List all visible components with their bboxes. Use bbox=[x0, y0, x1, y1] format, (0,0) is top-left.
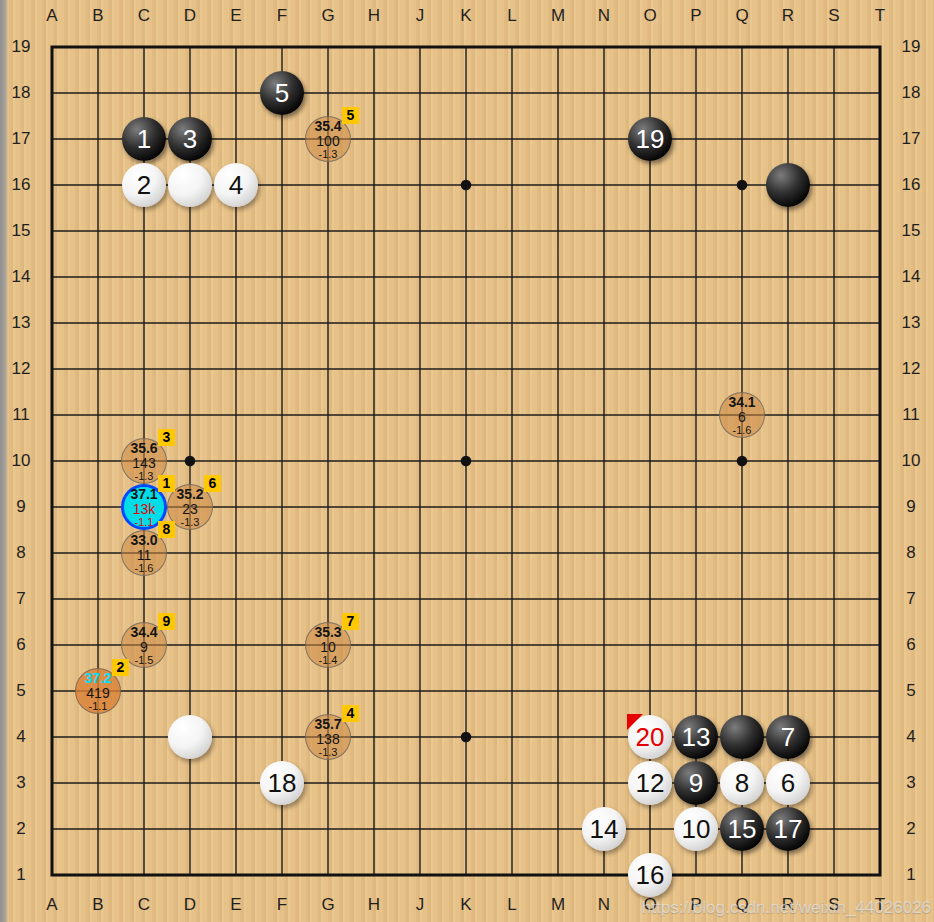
row-label: 7 bbox=[16, 589, 25, 609]
stone-f3[interactable]: 18 bbox=[259, 760, 305, 806]
white-stone[interactable]: 10 bbox=[674, 807, 718, 851]
hint-value: 6 bbox=[738, 410, 746, 424]
row-label: 4 bbox=[906, 727, 915, 747]
row-label: 8 bbox=[16, 543, 25, 563]
row-label: 5 bbox=[906, 681, 915, 701]
column-label: G bbox=[321, 895, 334, 915]
row-label: 6 bbox=[16, 635, 25, 655]
column-label: N bbox=[598, 895, 610, 915]
stone-d16[interactable] bbox=[167, 162, 213, 208]
column-label: C bbox=[138, 6, 150, 26]
row-label: 1 bbox=[16, 865, 25, 885]
last-move-marker-icon bbox=[627, 714, 643, 730]
analysis-hint-g17[interactable]: 35.4100-1.35 bbox=[305, 116, 351, 162]
analysis-hint-g4[interactable]: 35.7138-1.34 bbox=[305, 714, 351, 760]
white-stone[interactable]: 18 bbox=[260, 761, 304, 805]
stone-q4[interactable] bbox=[719, 714, 765, 760]
stone-c16[interactable]: 2 bbox=[121, 162, 167, 208]
row-label: 16 bbox=[902, 175, 921, 195]
stone-p2[interactable]: 10 bbox=[673, 806, 719, 852]
white-stone[interactable]: 14 bbox=[582, 807, 626, 851]
column-label: K bbox=[460, 6, 471, 26]
row-label: 15 bbox=[902, 221, 921, 241]
hint-value: 10 bbox=[320, 640, 336, 654]
row-label: 14 bbox=[12, 267, 31, 287]
column-label: T bbox=[875, 6, 885, 26]
move-number: 17 bbox=[774, 816, 803, 842]
row-label: 10 bbox=[902, 451, 921, 471]
hint-value: -1.4 bbox=[319, 655, 338, 666]
column-label: H bbox=[368, 6, 380, 26]
column-label: D bbox=[184, 6, 196, 26]
move-number: 12 bbox=[636, 770, 665, 796]
hint-value: 35.2 bbox=[176, 487, 203, 501]
column-label: O bbox=[643, 6, 656, 26]
move-number: 19 bbox=[636, 126, 665, 152]
stone-o17[interactable]: 19 bbox=[627, 116, 673, 162]
stone-p3[interactable]: 9 bbox=[673, 760, 719, 806]
column-label: J bbox=[416, 895, 425, 915]
white-stone[interactable] bbox=[168, 163, 212, 207]
stone-q2[interactable]: 15 bbox=[719, 806, 765, 852]
row-label: 13 bbox=[12, 313, 31, 333]
watermark: https://blog.csdn.net/weixin_44026026 bbox=[642, 898, 931, 918]
move-number: 16 bbox=[636, 862, 665, 888]
column-label: F bbox=[277, 6, 287, 26]
hint-value: 35.7 bbox=[314, 717, 341, 731]
hint-value: -1.5 bbox=[135, 655, 154, 666]
column-label: B bbox=[92, 895, 103, 915]
stone-r3[interactable]: 6 bbox=[765, 760, 811, 806]
white-stone[interactable]: 6 bbox=[766, 761, 810, 805]
row-label: 2 bbox=[16, 819, 25, 839]
hint-value: 100 bbox=[316, 134, 339, 148]
hint-value: -1.6 bbox=[733, 425, 752, 436]
hint-value: 33.0 bbox=[130, 533, 157, 547]
column-label: N bbox=[598, 6, 610, 26]
column-label: E bbox=[230, 6, 241, 26]
hint-circle[interactable]: 34.16-1.6 bbox=[719, 392, 765, 438]
row-label: 3 bbox=[16, 773, 25, 793]
row-label: 13 bbox=[902, 313, 921, 333]
hint-value: 34.1 bbox=[728, 395, 755, 409]
go-board[interactable]: 35.4100-1.3534.16-1.635.6143-1.3337.113k… bbox=[29, 24, 903, 898]
column-label: S bbox=[828, 6, 839, 26]
hint-value: 23 bbox=[182, 502, 198, 516]
stone-o4[interactable]: 20 bbox=[627, 714, 673, 760]
move-number: 9 bbox=[689, 770, 703, 796]
column-label: L bbox=[507, 6, 516, 26]
row-label: 2 bbox=[906, 819, 915, 839]
row-label: 6 bbox=[906, 635, 915, 655]
analysis-hint-c8[interactable]: 33.011-1.68 bbox=[121, 530, 167, 576]
row-label: 4 bbox=[16, 727, 25, 747]
move-number: 8 bbox=[735, 770, 749, 796]
row-label: 3 bbox=[906, 773, 915, 793]
stone-c17[interactable]: 1 bbox=[121, 116, 167, 162]
white-stone[interactable]: 12 bbox=[628, 761, 672, 805]
row-label: 18 bbox=[12, 83, 31, 103]
hint-rank-badge: 2 bbox=[112, 659, 129, 676]
move-number: 15 bbox=[728, 816, 757, 842]
row-label: 19 bbox=[12, 37, 31, 57]
hint-value: 35.6 bbox=[130, 441, 157, 455]
row-label: 14 bbox=[902, 267, 921, 287]
hint-value: -1.3 bbox=[181, 517, 200, 528]
hint-value: 34.4 bbox=[130, 625, 157, 639]
column-label: K bbox=[460, 895, 471, 915]
black-stone[interactable]: 3 bbox=[168, 117, 212, 161]
column-label: A bbox=[46, 895, 57, 915]
move-number: 2 bbox=[137, 172, 151, 198]
hint-value: -1.1 bbox=[89, 701, 108, 712]
row-label: 15 bbox=[12, 221, 31, 241]
row-label: 7 bbox=[906, 589, 915, 609]
stone-r2[interactable]: 17 bbox=[765, 806, 811, 852]
go-analysis-board: ABCDEFGHJKLMNOPQRST ABCDEFGHJKLMNOPQRST … bbox=[0, 0, 934, 922]
stone-r16[interactable] bbox=[765, 162, 811, 208]
black-stone[interactable]: 17 bbox=[766, 807, 810, 851]
stone-e16[interactable]: 4 bbox=[213, 162, 259, 208]
black-stone[interactable] bbox=[720, 715, 764, 759]
column-label: M bbox=[551, 6, 565, 26]
hint-value: -1.3 bbox=[319, 149, 338, 160]
hint-value: -1.6 bbox=[135, 563, 154, 574]
row-label: 19 bbox=[902, 37, 921, 57]
move-number: 18 bbox=[268, 770, 297, 796]
hint-value: -1.3 bbox=[135, 471, 154, 482]
move-number: 10 bbox=[682, 816, 711, 842]
row-label: 9 bbox=[906, 497, 915, 517]
row-label: 16 bbox=[12, 175, 31, 195]
row-label: 17 bbox=[902, 129, 921, 149]
move-number: 14 bbox=[590, 816, 619, 842]
black-stone[interactable]: 19 bbox=[628, 117, 672, 161]
move-number: 3 bbox=[183, 126, 197, 152]
row-label: 5 bbox=[16, 681, 25, 701]
column-label: Q bbox=[735, 6, 748, 26]
hint-rank-badge: 9 bbox=[158, 613, 175, 630]
column-label: B bbox=[92, 6, 103, 26]
hint-value: 13k bbox=[133, 502, 156, 516]
white-stone[interactable]: 16 bbox=[628, 853, 672, 897]
row-label: 1 bbox=[906, 865, 915, 885]
analysis-hint-q11[interactable]: 34.16-1.6 bbox=[719, 392, 765, 438]
row-label: 8 bbox=[906, 543, 915, 563]
stone-q3[interactable]: 8 bbox=[719, 760, 765, 806]
hint-rank-badge: 5 bbox=[342, 107, 359, 124]
stone-r4[interactable]: 7 bbox=[765, 714, 811, 760]
column-label: R bbox=[782, 6, 794, 26]
hint-value: 35.3 bbox=[314, 625, 341, 639]
hint-value: 37.2 bbox=[84, 671, 111, 685]
stone-o3[interactable]: 12 bbox=[627, 760, 673, 806]
hint-rank-badge: 3 bbox=[158, 429, 175, 446]
column-label: D bbox=[184, 895, 196, 915]
column-label: F bbox=[277, 895, 287, 915]
row-label: 12 bbox=[12, 359, 31, 379]
stone-d17[interactable]: 3 bbox=[167, 116, 213, 162]
hint-value: -1.1 bbox=[135, 517, 154, 528]
hint-value: 35.4 bbox=[314, 119, 341, 133]
row-label: 11 bbox=[902, 405, 920, 425]
black-stone[interactable]: 13 bbox=[674, 715, 718, 759]
row-label: 12 bbox=[902, 359, 921, 379]
move-number: 6 bbox=[781, 770, 795, 796]
black-stone[interactable]: 7 bbox=[766, 715, 810, 759]
column-label: M bbox=[551, 895, 565, 915]
move-number: 4 bbox=[229, 172, 243, 198]
row-label: 10 bbox=[12, 451, 31, 471]
row-label: 17 bbox=[12, 129, 31, 149]
black-stone[interactable]: 15 bbox=[720, 807, 764, 851]
analysis-hint-b5[interactable]: 37.2419-1.12 bbox=[75, 668, 121, 714]
row-label: 18 bbox=[902, 83, 921, 103]
move-number: 7 bbox=[781, 724, 795, 750]
row-label: 11 bbox=[12, 405, 30, 425]
stone-n2[interactable]: 14 bbox=[581, 806, 627, 852]
move-number: 1 bbox=[137, 126, 151, 152]
column-label: C bbox=[138, 895, 150, 915]
hint-value: 11 bbox=[137, 548, 152, 562]
column-label: H bbox=[368, 895, 380, 915]
hint-rank-badge: 6 bbox=[204, 475, 221, 492]
hint-rank-badge: 4 bbox=[342, 705, 359, 722]
hint-value: -1.3 bbox=[319, 747, 338, 758]
hint-rank-badge: 7 bbox=[342, 613, 359, 630]
analysis-hint-g6[interactable]: 35.310-1.47 bbox=[305, 622, 351, 668]
hint-rank-badge: 1 bbox=[158, 475, 175, 492]
hint-value: 419 bbox=[86, 686, 109, 700]
column-label: P bbox=[690, 6, 701, 26]
stone-d4[interactable] bbox=[167, 714, 213, 760]
black-stone[interactable]: 9 bbox=[674, 761, 718, 805]
hint-rank-badge: 8 bbox=[158, 521, 175, 538]
white-stone[interactable] bbox=[168, 715, 212, 759]
column-label: A bbox=[46, 6, 57, 26]
move-number: 5 bbox=[275, 80, 289, 106]
column-label: L bbox=[507, 895, 516, 915]
hint-value: 37.1 bbox=[130, 487, 157, 501]
row-label: 9 bbox=[16, 497, 25, 517]
stone-f18[interactable]: 5 bbox=[259, 70, 305, 116]
white-stone[interactable]: 8 bbox=[720, 761, 764, 805]
move-number: 13 bbox=[682, 724, 711, 750]
black-stone[interactable]: 1 bbox=[122, 117, 166, 161]
hint-value: 138 bbox=[316, 732, 339, 746]
window-edge-shadow bbox=[0, 0, 8, 922]
hint-value: 9 bbox=[140, 640, 148, 654]
black-stone[interactable] bbox=[766, 163, 810, 207]
black-stone[interactable]: 5 bbox=[260, 71, 304, 115]
stone-o1[interactable]: 16 bbox=[627, 852, 673, 898]
column-label: J bbox=[416, 6, 425, 26]
hint-value: 143 bbox=[132, 456, 155, 470]
white-stone[interactable]: 4 bbox=[214, 163, 258, 207]
white-stone[interactable]: 2 bbox=[122, 163, 166, 207]
column-label: G bbox=[321, 6, 334, 26]
stone-p4[interactable]: 13 bbox=[673, 714, 719, 760]
column-label: E bbox=[230, 895, 241, 915]
